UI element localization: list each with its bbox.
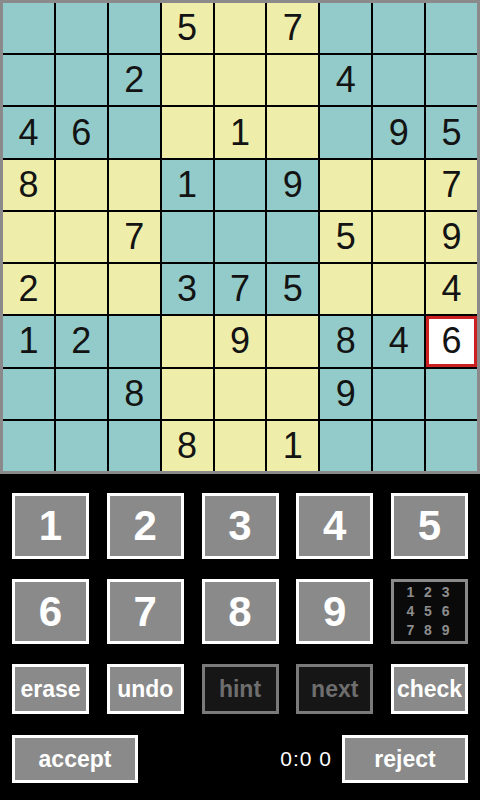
sudoku-cell-r7c4[interactable]: [162, 316, 213, 366]
sudoku-cell-r3c3[interactable]: [109, 107, 160, 157]
sudoku-cell-r3c5[interactable]: 1: [215, 107, 266, 157]
digit-button-7[interactable]: 7: [107, 579, 184, 644]
sudoku-cell-r6c8[interactable]: [373, 264, 424, 314]
pencil-marks-row: 4 5 6: [406, 602, 452, 621]
sudoku-cell-r9c3[interactable]: [109, 421, 160, 471]
sudoku-cell-r2c8[interactable]: [373, 55, 424, 105]
sudoku-cell-r9c6[interactable]: 1: [267, 421, 318, 471]
sudoku-cell-r9c2[interactable]: [56, 421, 107, 471]
sudoku-cell-r1c5[interactable]: [215, 3, 266, 53]
sudoku-app: 5724461958197759237541298468981 12345 67…: [0, 0, 480, 800]
sudoku-cell-r4c4[interactable]: 1: [162, 160, 213, 210]
sudoku-cell-r7c2[interactable]: 2: [56, 316, 107, 366]
sudoku-cell-r4c8[interactable]: [373, 160, 424, 210]
sudoku-cell-r5c7[interactable]: 5: [320, 212, 371, 262]
sudoku-cell-r1c7[interactable]: [320, 3, 371, 53]
sudoku-cell-r7c3[interactable]: [109, 316, 160, 366]
pencil-marks-row: 1 2 3: [406, 583, 452, 602]
sudoku-cell-r3c7[interactable]: [320, 107, 371, 157]
digit-row-2: 67891 2 34 5 67 8 9: [0, 579, 480, 644]
undo-button[interactable]: undo: [107, 664, 184, 714]
sudoku-cell-r4c2[interactable]: [56, 160, 107, 210]
action-row: eraseundohintnextcheck: [0, 664, 480, 714]
bottom-row: accept 0:0 0 reject: [0, 735, 480, 783]
sudoku-cell-r7c1[interactable]: 1: [3, 316, 54, 366]
sudoku-cell-r1c3[interactable]: [109, 3, 160, 53]
digit-button-5[interactable]: 5: [391, 493, 468, 559]
sudoku-cell-r5c4[interactable]: [162, 212, 213, 262]
sudoku-cell-r1c2[interactable]: [56, 3, 107, 53]
sudoku-cell-r2c9[interactable]: [426, 55, 477, 105]
sudoku-cell-r5c5[interactable]: [215, 212, 266, 262]
sudoku-cell-r8c8[interactable]: [373, 369, 424, 419]
sudoku-cell-r6c4[interactable]: 3: [162, 264, 213, 314]
digit-button-6[interactable]: 6: [12, 579, 89, 644]
digit-button-1[interactable]: 1: [12, 493, 89, 559]
sudoku-cell-r8c4[interactable]: [162, 369, 213, 419]
sudoku-cell-r6c9[interactable]: 4: [426, 264, 477, 314]
hint-button: hint: [202, 664, 279, 714]
sudoku-cell-r5c9[interactable]: 9: [426, 212, 477, 262]
sudoku-cell-r2c1[interactable]: [3, 55, 54, 105]
sudoku-cell-r6c7[interactable]: [320, 264, 371, 314]
check-button[interactable]: check: [391, 664, 468, 714]
sudoku-cell-r8c5[interactable]: [215, 369, 266, 419]
digit-button-3[interactable]: 3: [202, 493, 279, 559]
sudoku-cell-r6c2[interactable]: [56, 264, 107, 314]
digit-button-9[interactable]: 9: [296, 579, 373, 644]
sudoku-cell-r7c7[interactable]: 8: [320, 316, 371, 366]
sudoku-cell-r2c5[interactable]: [215, 55, 266, 105]
reject-button[interactable]: reject: [342, 735, 468, 783]
sudoku-cell-r5c2[interactable]: [56, 212, 107, 262]
digit-button-4[interactable]: 4: [296, 493, 373, 559]
sudoku-cell-r8c1[interactable]: [3, 369, 54, 419]
sudoku-cell-r4c6[interactable]: 9: [267, 160, 318, 210]
next-button: next: [296, 664, 373, 714]
sudoku-cell-r6c5[interactable]: 7: [215, 264, 266, 314]
sudoku-cell-r3c1[interactable]: 4: [3, 107, 54, 157]
sudoku-cell-r2c2[interactable]: [56, 55, 107, 105]
sudoku-cell-r9c8[interactable]: [373, 421, 424, 471]
sudoku-cell-r8c6[interactable]: [267, 369, 318, 419]
digit-button-8[interactable]: 8: [202, 579, 279, 644]
sudoku-cell-r5c3[interactable]: 7: [109, 212, 160, 262]
sudoku-cell-r9c4[interactable]: 8: [162, 421, 213, 471]
pencil-marks-button[interactable]: 1 2 34 5 67 8 9: [391, 579, 468, 644]
sudoku-cell-r9c9[interactable]: [426, 421, 477, 471]
sudoku-cell-r1c6[interactable]: 7: [267, 3, 318, 53]
sudoku-cell-r4c5[interactable]: [215, 160, 266, 210]
timer: 0:0 0: [280, 747, 332, 771]
sudoku-cell-r1c9[interactable]: [426, 3, 477, 53]
sudoku-cell-r5c1[interactable]: [3, 212, 54, 262]
sudoku-cell-r4c9[interactable]: 7: [426, 160, 477, 210]
erase-button[interactable]: erase: [12, 664, 89, 714]
sudoku-cell-r6c6[interactable]: 5: [267, 264, 318, 314]
sudoku-cell-r3c8[interactable]: 9: [373, 107, 424, 157]
digit-row-1: 12345: [0, 493, 480, 559]
sudoku-cell-r5c8[interactable]: [373, 212, 424, 262]
sudoku-cell-r3c4[interactable]: [162, 107, 213, 157]
sudoku-cell-r7c9[interactable]: 6: [426, 316, 477, 366]
sudoku-cell-r4c1[interactable]: 8: [3, 160, 54, 210]
sudoku-cell-r9c5[interactable]: [215, 421, 266, 471]
sudoku-board: 5724461958197759237541298468981: [3, 3, 477, 471]
sudoku-cell-r3c2[interactable]: 6: [56, 107, 107, 157]
sudoku-cell-r8c3[interactable]: 8: [109, 369, 160, 419]
sudoku-cell-r5c6[interactable]: [267, 212, 318, 262]
sudoku-board-frame: 5724461958197759237541298468981: [0, 0, 480, 474]
sudoku-cell-r8c7[interactable]: 9: [320, 369, 371, 419]
sudoku-cell-r3c6[interactable]: [267, 107, 318, 157]
pencil-marks-row: 7 8 9: [406, 621, 452, 640]
digit-button-2[interactable]: 2: [107, 493, 184, 559]
sudoku-cell-r1c1[interactable]: [3, 3, 54, 53]
sudoku-cell-r1c8[interactable]: [373, 3, 424, 53]
sudoku-cell-r8c9[interactable]: [426, 369, 477, 419]
sudoku-cell-r1c4[interactable]: 5: [162, 3, 213, 53]
sudoku-cell-r8c2[interactable]: [56, 369, 107, 419]
sudoku-cell-r7c6[interactable]: [267, 316, 318, 366]
keypad: 12345 67891 2 34 5 67 8 9 eraseundohintn…: [0, 474, 480, 783]
sudoku-cell-r4c7[interactable]: [320, 160, 371, 210]
accept-button[interactable]: accept: [12, 735, 138, 783]
sudoku-cell-r2c4[interactable]: [162, 55, 213, 105]
sudoku-cell-r3c9[interactable]: 5: [426, 107, 477, 157]
sudoku-cell-r6c1[interactable]: 2: [3, 264, 54, 314]
sudoku-cell-r2c7[interactable]: 4: [320, 55, 371, 105]
sudoku-cell-r4c3[interactable]: [109, 160, 160, 210]
sudoku-cell-r2c3[interactable]: 2: [109, 55, 160, 105]
sudoku-cell-r9c1[interactable]: [3, 421, 54, 471]
sudoku-cell-r7c5[interactable]: 9: [215, 316, 266, 366]
sudoku-cell-r9c7[interactable]: [320, 421, 371, 471]
sudoku-cell-r7c8[interactable]: 4: [373, 316, 424, 366]
sudoku-cell-r6c3[interactable]: [109, 264, 160, 314]
sudoku-cell-r2c6[interactable]: [267, 55, 318, 105]
